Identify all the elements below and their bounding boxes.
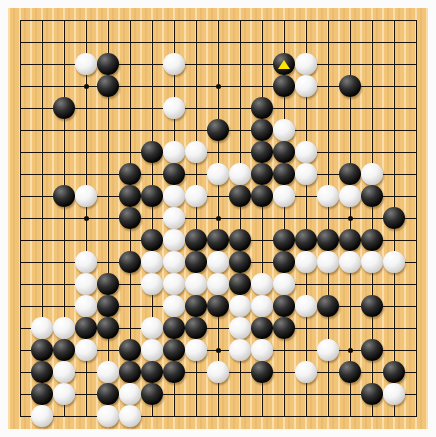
white-stone (185, 339, 207, 361)
black-stone (361, 383, 383, 405)
black-stone (207, 295, 229, 317)
white-stone (295, 53, 317, 75)
black-stone (141, 383, 163, 405)
black-stone (273, 295, 295, 317)
white-stone (97, 405, 119, 427)
black-stone (295, 229, 317, 251)
white-stone (119, 405, 141, 427)
black-stone (141, 361, 163, 383)
black-stone (185, 317, 207, 339)
white-stone (163, 185, 185, 207)
go-board[interactable] (8, 8, 428, 429)
white-stone (141, 317, 163, 339)
white-stone (295, 141, 317, 163)
black-stone (119, 251, 141, 273)
white-stone (383, 251, 405, 273)
white-stone (339, 185, 361, 207)
white-stone (229, 163, 251, 185)
black-stone (229, 185, 251, 207)
last-move-triangle-marker (278, 60, 290, 69)
white-stone (317, 251, 339, 273)
white-stone (75, 273, 97, 295)
white-stone (185, 273, 207, 295)
black-stone (273, 251, 295, 273)
white-stone (141, 273, 163, 295)
white-stone (295, 361, 317, 383)
white-stone (53, 361, 75, 383)
black-stone (119, 185, 141, 207)
black-stone (163, 163, 185, 185)
white-stone (295, 75, 317, 97)
black-stone (119, 163, 141, 185)
white-stone (53, 383, 75, 405)
black-stone (383, 361, 405, 383)
white-stone (295, 251, 317, 273)
white-stone (75, 295, 97, 317)
white-stone (163, 251, 185, 273)
white-stone (75, 339, 97, 361)
white-stone (75, 185, 97, 207)
white-stone (163, 273, 185, 295)
black-stone (251, 163, 273, 185)
black-stone (339, 229, 361, 251)
black-stone (97, 383, 119, 405)
star-point (348, 348, 353, 353)
white-stone (207, 361, 229, 383)
black-stone (273, 75, 295, 97)
black-stone (119, 361, 141, 383)
white-stone (295, 295, 317, 317)
white-stone (119, 383, 141, 405)
white-stone (207, 273, 229, 295)
black-stone (75, 317, 97, 339)
black-stone (251, 119, 273, 141)
black-stone (163, 317, 185, 339)
white-stone (383, 383, 405, 405)
black-stone (185, 251, 207, 273)
black-stone (361, 339, 383, 361)
white-stone (31, 405, 53, 427)
black-stone (53, 185, 75, 207)
black-stone (273, 229, 295, 251)
black-stone (251, 185, 273, 207)
black-stone (383, 207, 405, 229)
white-stone (163, 53, 185, 75)
white-stone (163, 207, 185, 229)
white-stone (207, 163, 229, 185)
black-stone (141, 229, 163, 251)
white-stone (229, 339, 251, 361)
black-stone (361, 295, 383, 317)
white-stone (273, 119, 295, 141)
black-stone (185, 229, 207, 251)
white-stone (207, 251, 229, 273)
white-stone (339, 251, 361, 273)
white-stone (295, 163, 317, 185)
black-stone (339, 75, 361, 97)
black-stone (317, 295, 339, 317)
black-stone (251, 317, 273, 339)
white-stone (163, 141, 185, 163)
black-stone (97, 295, 119, 317)
star-point (216, 84, 221, 89)
black-stone (229, 273, 251, 295)
white-stone (185, 141, 207, 163)
white-stone (317, 185, 339, 207)
white-stone (31, 317, 53, 339)
white-stone (185, 185, 207, 207)
black-stone (251, 141, 273, 163)
black-stone (361, 185, 383, 207)
black-stone (273, 163, 295, 185)
black-stone (53, 97, 75, 119)
white-stone (53, 317, 75, 339)
star-point (84, 84, 89, 89)
black-stone (207, 229, 229, 251)
white-stone (251, 295, 273, 317)
white-stone (163, 295, 185, 317)
black-stone (251, 97, 273, 119)
black-stone (53, 339, 75, 361)
white-stone (163, 229, 185, 251)
black-stone (185, 295, 207, 317)
black-stone (141, 141, 163, 163)
black-stone (361, 229, 383, 251)
star-point (84, 216, 89, 221)
black-stone (207, 119, 229, 141)
black-stone (141, 185, 163, 207)
white-stone (273, 273, 295, 295)
black-stone (339, 163, 361, 185)
black-stone (31, 383, 53, 405)
black-stone (119, 339, 141, 361)
white-stone (141, 339, 163, 361)
black-stone (229, 229, 251, 251)
white-stone (251, 339, 273, 361)
white-stone (229, 295, 251, 317)
black-stone (31, 339, 53, 361)
black-stone (273, 141, 295, 163)
white-stone (97, 361, 119, 383)
black-stone (31, 361, 53, 383)
black-stone (251, 361, 273, 383)
star-point (216, 348, 221, 353)
black-stone (97, 53, 119, 75)
black-stone (317, 229, 339, 251)
black-stone (229, 251, 251, 273)
white-stone (251, 273, 273, 295)
white-stone (229, 317, 251, 339)
white-stone (75, 53, 97, 75)
white-stone (141, 251, 163, 273)
black-stone (97, 273, 119, 295)
black-stone (163, 339, 185, 361)
black-stone (273, 317, 295, 339)
white-stone (361, 251, 383, 273)
black-stone (97, 75, 119, 97)
star-point (216, 216, 221, 221)
black-stone (119, 207, 141, 229)
white-stone (361, 163, 383, 185)
white-stone (317, 339, 339, 361)
white-stone (273, 185, 295, 207)
white-stone (163, 97, 185, 119)
black-stone (339, 361, 361, 383)
black-stone (163, 361, 185, 383)
black-stone (97, 317, 119, 339)
white-stone (75, 251, 97, 273)
star-point (348, 216, 353, 221)
